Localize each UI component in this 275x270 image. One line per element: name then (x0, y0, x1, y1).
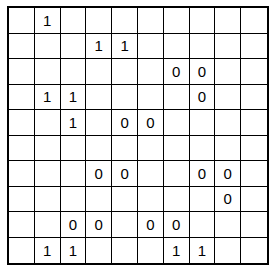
empty-cell-r7c7[interactable] (190, 187, 216, 213)
empty-cell-r3c8[interactable] (215, 85, 241, 111)
empty-cell-r2c2[interactable] (61, 59, 87, 85)
empty-cell-r8c7[interactable] (190, 212, 216, 238)
empty-cell-r4c0[interactable] (9, 110, 35, 136)
empty-cell-r2c5[interactable] (138, 59, 164, 85)
clue-cell-r4c2: 1 (61, 110, 87, 136)
empty-cell-r1c6[interactable] (164, 34, 190, 60)
empty-cell-r6c1[interactable] (35, 161, 61, 187)
empty-cell-r6c0[interactable] (9, 161, 35, 187)
empty-cell-r6c5[interactable] (138, 161, 164, 187)
empty-cell-r3c0[interactable] (9, 85, 35, 111)
empty-cell-r9c0[interactable] (9, 238, 35, 264)
empty-cell-r7c3[interactable] (86, 187, 112, 213)
empty-cell-r4c9[interactable] (241, 110, 267, 136)
empty-cell-r7c0[interactable] (9, 187, 35, 213)
empty-cell-r8c8[interactable] (215, 212, 241, 238)
empty-cell-r1c8[interactable] (215, 34, 241, 60)
clue-cell-r4c5: 0 (138, 110, 164, 136)
empty-cell-r7c6[interactable] (164, 187, 190, 213)
empty-cell-r5c0[interactable] (9, 136, 35, 162)
empty-cell-r2c9[interactable] (241, 59, 267, 85)
empty-cell-r8c9[interactable] (241, 212, 267, 238)
empty-cell-r3c9[interactable] (241, 85, 267, 111)
empty-cell-r4c8[interactable] (215, 110, 241, 136)
empty-cell-r0c9[interactable] (241, 8, 267, 34)
empty-cell-r2c8[interactable] (215, 59, 241, 85)
empty-cell-r3c4[interactable] (112, 85, 138, 111)
empty-cell-r1c9[interactable] (241, 34, 267, 60)
empty-cell-r3c3[interactable] (86, 85, 112, 111)
empty-cell-r9c5[interactable] (138, 238, 164, 264)
clue-cell-r2c6: 0 (164, 59, 190, 85)
empty-cell-r9c4[interactable] (112, 238, 138, 264)
empty-cell-r4c1[interactable] (35, 110, 61, 136)
empty-cell-r5c2[interactable] (61, 136, 87, 162)
empty-cell-r7c9[interactable] (241, 187, 267, 213)
binairo-board: 111001101000000000001111 (7, 6, 269, 265)
clue-cell-r6c8: 0 (215, 161, 241, 187)
empty-cell-r7c4[interactable] (112, 187, 138, 213)
empty-cell-r3c6[interactable] (164, 85, 190, 111)
empty-cell-r1c0[interactable] (9, 34, 35, 60)
empty-cell-r9c8[interactable] (215, 238, 241, 264)
empty-cell-r0c5[interactable] (138, 8, 164, 34)
clue-cell-r9c2: 1 (61, 238, 87, 264)
empty-cell-r0c4[interactable] (112, 8, 138, 34)
clue-cell-r8c6: 0 (164, 212, 190, 238)
empty-cell-r5c3[interactable] (86, 136, 112, 162)
clue-cell-r3c1: 1 (35, 85, 61, 111)
empty-cell-r0c7[interactable] (190, 8, 216, 34)
empty-cell-r5c1[interactable] (35, 136, 61, 162)
empty-cell-r5c4[interactable] (112, 136, 138, 162)
clue-cell-r3c7: 0 (190, 85, 216, 111)
empty-cell-r7c2[interactable] (61, 187, 87, 213)
empty-cell-r2c3[interactable] (86, 59, 112, 85)
clue-cell-r7c8: 0 (215, 187, 241, 213)
clue-cell-r9c7: 1 (190, 238, 216, 264)
empty-cell-r5c9[interactable] (241, 136, 267, 162)
empty-cell-r5c8[interactable] (215, 136, 241, 162)
empty-cell-r1c5[interactable] (138, 34, 164, 60)
clue-cell-r9c6: 1 (164, 238, 190, 264)
clue-cell-r6c7: 0 (190, 161, 216, 187)
empty-cell-r5c5[interactable] (138, 136, 164, 162)
empty-cell-r3c5[interactable] (138, 85, 164, 111)
empty-cell-r6c9[interactable] (241, 161, 267, 187)
clue-cell-r9c1: 1 (35, 238, 61, 264)
empty-cell-r0c2[interactable] (61, 8, 87, 34)
clue-cell-r6c3: 0 (86, 161, 112, 187)
clue-cell-r1c3: 1 (86, 34, 112, 60)
empty-cell-r5c6[interactable] (164, 136, 190, 162)
empty-cell-r7c1[interactable] (35, 187, 61, 213)
empty-cell-r0c8[interactable] (215, 8, 241, 34)
empty-cell-r6c2[interactable] (61, 161, 87, 187)
empty-cell-r4c3[interactable] (86, 110, 112, 136)
empty-cell-r5c7[interactable] (190, 136, 216, 162)
empty-cell-r1c7[interactable] (190, 34, 216, 60)
empty-cell-r1c1[interactable] (35, 34, 61, 60)
empty-cell-r9c3[interactable] (86, 238, 112, 264)
clue-cell-r0c1: 1 (35, 8, 61, 34)
empty-cell-r0c6[interactable] (164, 8, 190, 34)
empty-cell-r2c4[interactable] (112, 59, 138, 85)
clue-cell-r1c4: 1 (112, 34, 138, 60)
empty-cell-r8c1[interactable] (35, 212, 61, 238)
empty-cell-r8c4[interactable] (112, 212, 138, 238)
clue-cell-r8c2: 0 (61, 212, 87, 238)
clue-cell-r6c4: 0 (112, 161, 138, 187)
clue-cell-r8c5: 0 (138, 212, 164, 238)
empty-cell-r0c0[interactable] (9, 8, 35, 34)
empty-cell-r6c6[interactable] (164, 161, 190, 187)
puzzle-canvas: 111001101000000000001111 (0, 0, 275, 270)
clue-cell-r3c2: 1 (61, 85, 87, 111)
empty-cell-r2c1[interactable] (35, 59, 61, 85)
empty-cell-r4c7[interactable] (190, 110, 216, 136)
clue-cell-r2c7: 0 (190, 59, 216, 85)
clue-cell-r8c3: 0 (86, 212, 112, 238)
empty-cell-r1c2[interactable] (61, 34, 87, 60)
empty-cell-r9c9[interactable] (241, 238, 267, 264)
empty-cell-r0c3[interactable] (86, 8, 112, 34)
empty-cell-r4c6[interactable] (164, 110, 190, 136)
clue-cell-r4c4: 0 (112, 110, 138, 136)
empty-cell-r8c0[interactable] (9, 212, 35, 238)
empty-cell-r2c0[interactable] (9, 59, 35, 85)
empty-cell-r7c5[interactable] (138, 187, 164, 213)
